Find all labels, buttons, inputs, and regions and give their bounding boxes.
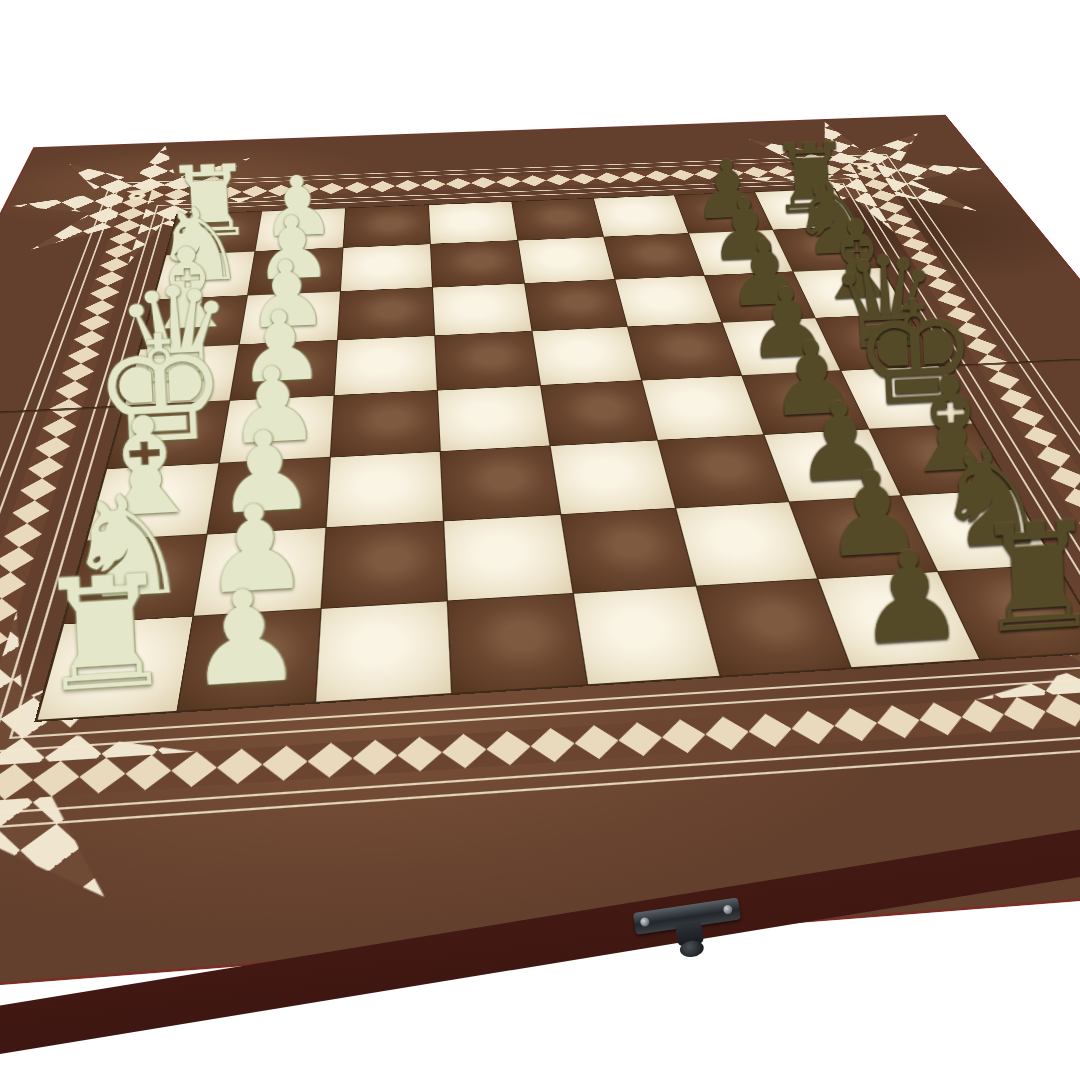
black-rook: ♜ [971, 502, 1080, 656]
square-h3 [316, 601, 451, 702]
square-g3 [322, 521, 447, 608]
square-h4 [448, 594, 586, 693]
square-f3 [327, 452, 443, 527]
square-f4 [441, 446, 559, 521]
black-pawn: ♟ [853, 533, 968, 663]
square-h5 [573, 586, 719, 684]
square-g4 [445, 515, 572, 601]
folding-chess-board: ♜♟♟♜♞♟♟♞♝♟♟♝♛♟♟♛♚♟♟♚♝♟♟♝♞♟♟♞♜♟♟♜ [0, 115, 1080, 1017]
square-h2: ♟ [178, 609, 321, 711]
square-h1: ♜ [38, 616, 193, 719]
square-f6 [658, 435, 788, 508]
square-f5 [550, 440, 674, 514]
white-rook: ♜ [30, 554, 178, 716]
chess-board-photo: ♜♟♟♜♞♟♟♞♝♟♟♝♛♟♟♛♚♟♟♚♝♟♟♝♞♟♟♞♜♟♟♜ [0, 0, 1080, 1080]
square-g5 [561, 508, 695, 593]
white-pawn: ♟ [183, 571, 306, 706]
scene: ♜♟♟♜♞♟♟♞♝♟♟♝♛♟♟♛♚♟♟♚♝♟♟♝♞♟♟♞♜♟♟♜ [0, 0, 1080, 1080]
